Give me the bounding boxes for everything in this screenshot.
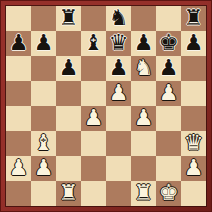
- square-d2[interactable]: [81, 156, 106, 181]
- square-g7[interactable]: ♚: [156, 31, 181, 56]
- square-a6[interactable]: [6, 56, 31, 81]
- square-f5[interactable]: [131, 81, 156, 106]
- square-d8[interactable]: [81, 6, 106, 31]
- square-e5[interactable]: ♟: [106, 81, 131, 106]
- black-queen: ♛: [109, 31, 129, 55]
- square-a4[interactable]: [6, 106, 31, 131]
- square-d1[interactable]: [81, 181, 106, 206]
- square-c7[interactable]: [56, 31, 81, 56]
- square-e6[interactable]: ♟: [106, 56, 131, 81]
- square-f7[interactable]: ♟: [131, 31, 156, 56]
- square-b2[interactable]: ♟: [31, 156, 56, 181]
- square-c6[interactable]: ♟: [56, 56, 81, 81]
- square-b8[interactable]: [31, 6, 56, 31]
- black-pawn: ♟: [59, 56, 79, 80]
- square-b4[interactable]: [31, 106, 56, 131]
- square-a1[interactable]: [6, 181, 31, 206]
- square-c1[interactable]: ♜: [56, 181, 81, 206]
- square-e3[interactable]: [106, 131, 131, 156]
- chess-board[interactable]: ♜♞♜♟♟♝♛♟♚♟♟♟♞♟♟♟♟♟♝♛♟♟♟♜♜♚: [6, 6, 206, 206]
- square-e4[interactable]: [106, 106, 131, 131]
- square-h7[interactable]: ♟: [181, 31, 206, 56]
- square-e1[interactable]: [106, 181, 131, 206]
- chess-diagram: ♜♞♜♟♟♝♛♟♚♟♟♟♞♟♟♟♟♟♝♛♟♟♟♜♜♚: [0, 0, 212, 212]
- square-c4[interactable]: [56, 106, 81, 131]
- square-f6[interactable]: ♞: [131, 56, 156, 81]
- black-pawn: ♟: [109, 56, 129, 80]
- white-king: ♚: [159, 181, 179, 205]
- square-g5[interactable]: ♟: [156, 81, 181, 106]
- white-rook: ♜: [134, 181, 154, 205]
- black-rook: ♜: [59, 6, 79, 30]
- square-a3[interactable]: [6, 131, 31, 156]
- black-pawn: ♟: [159, 56, 179, 80]
- black-pawn: ♟: [184, 31, 204, 55]
- square-d3[interactable]: [81, 131, 106, 156]
- square-c8[interactable]: ♜: [56, 6, 81, 31]
- square-b3[interactable]: ♝: [31, 131, 56, 156]
- square-h5[interactable]: [181, 81, 206, 106]
- square-b7[interactable]: ♟: [31, 31, 56, 56]
- white-pawn: ♟: [184, 156, 204, 180]
- white-pawn: ♟: [134, 106, 154, 130]
- square-e8[interactable]: ♞: [106, 6, 131, 31]
- black-bishop: ♝: [84, 31, 104, 55]
- square-c2[interactable]: [56, 156, 81, 181]
- square-h6[interactable]: [181, 56, 206, 81]
- square-d5[interactable]: [81, 81, 106, 106]
- white-rook: ♜: [59, 181, 79, 205]
- black-knight: ♞: [109, 6, 129, 30]
- black-pawn: ♟: [9, 31, 29, 55]
- square-f2[interactable]: [131, 156, 156, 181]
- square-a8[interactable]: [6, 6, 31, 31]
- square-a5[interactable]: [6, 81, 31, 106]
- square-c5[interactable]: [56, 81, 81, 106]
- square-a2[interactable]: ♟: [6, 156, 31, 181]
- square-g6[interactable]: ♟: [156, 56, 181, 81]
- black-king: ♚: [159, 31, 179, 55]
- white-pawn: ♟: [9, 156, 29, 180]
- square-h4[interactable]: [181, 106, 206, 131]
- white-knight: ♞: [134, 56, 154, 80]
- square-d6[interactable]: [81, 56, 106, 81]
- black-rook: ♜: [184, 6, 204, 30]
- square-g3[interactable]: [156, 131, 181, 156]
- square-b5[interactable]: [31, 81, 56, 106]
- square-e2[interactable]: [106, 156, 131, 181]
- white-bishop: ♝: [34, 131, 54, 155]
- square-h1[interactable]: [181, 181, 206, 206]
- square-f1[interactable]: ♜: [131, 181, 156, 206]
- square-h2[interactable]: ♟: [181, 156, 206, 181]
- square-f8[interactable]: [131, 6, 156, 31]
- square-g2[interactable]: [156, 156, 181, 181]
- square-g1[interactable]: ♚: [156, 181, 181, 206]
- square-b6[interactable]: [31, 56, 56, 81]
- square-g8[interactable]: [156, 6, 181, 31]
- black-pawn: ♟: [134, 31, 154, 55]
- square-d7[interactable]: ♝: [81, 31, 106, 56]
- square-f4[interactable]: ♟: [131, 106, 156, 131]
- square-b1[interactable]: [31, 181, 56, 206]
- square-h3[interactable]: ♛: [181, 131, 206, 156]
- white-queen: ♛: [184, 131, 204, 155]
- square-f3[interactable]: [131, 131, 156, 156]
- square-h8[interactable]: ♜: [181, 6, 206, 31]
- square-e7[interactable]: ♛: [106, 31, 131, 56]
- black-pawn: ♟: [34, 31, 54, 55]
- square-d4[interactable]: ♟: [81, 106, 106, 131]
- square-a7[interactable]: ♟: [6, 31, 31, 56]
- white-pawn: ♟: [84, 106, 104, 130]
- square-g4[interactable]: [156, 106, 181, 131]
- white-pawn: ♟: [34, 156, 54, 180]
- white-pawn: ♟: [159, 81, 179, 105]
- square-c3[interactable]: [56, 131, 81, 156]
- white-pawn: ♟: [109, 81, 129, 105]
